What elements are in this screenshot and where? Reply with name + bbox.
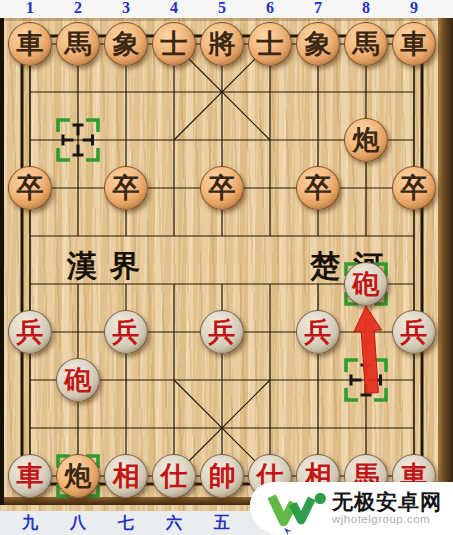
file-label: 5	[208, 0, 236, 17]
board-point[interactable]: 仕	[150, 452, 198, 500]
xiangqi-board: 漢界 楚河 車馬象士將士象馬車炮卒卒卒卒卒砲兵兵兵兵兵砲車炮相仕帥仕相馬車	[0, 18, 453, 511]
piece-black-cannon[interactable]: 炮	[344, 118, 388, 162]
board-point[interactable]: 兵	[6, 308, 54, 356]
move-origin-marker	[54, 116, 102, 164]
board-point[interactable]: 相	[102, 452, 150, 500]
piece-black-elephant[interactable]: 象	[296, 22, 340, 66]
piece-black-advisor[interactable]: 士	[248, 22, 292, 66]
piece-red-cannon[interactable]: 砲	[56, 358, 100, 402]
board-point[interactable]: 士	[246, 20, 294, 68]
piece-red-soldier[interactable]: 兵	[8, 310, 52, 354]
mouse-cursor	[283, 523, 293, 533]
piece-black-rook[interactable]: 車	[392, 22, 436, 66]
file-label: 4	[160, 0, 188, 17]
board-point[interactable]: 帥	[198, 452, 246, 500]
piece-red-advisor[interactable]: 仕	[152, 454, 196, 498]
board-point[interactable]: 砲	[54, 356, 102, 404]
piece-black-general[interactable]: 將	[200, 22, 244, 66]
board-point[interactable]: 將	[198, 20, 246, 68]
board-point[interactable]: 炮	[54, 452, 102, 500]
piece-red-soldier[interactable]: 兵	[200, 310, 244, 354]
piece-red-rook[interactable]: 車	[8, 454, 52, 498]
piece-black-soldier[interactable]: 卒	[8, 166, 52, 210]
piece-black-advisor[interactable]: 士	[152, 22, 196, 66]
watermark-url: wjhotelgroup.com	[332, 513, 442, 526]
board-point[interactable]: 車	[6, 452, 54, 500]
piece-black-horse[interactable]: 馬	[344, 22, 388, 66]
board-point[interactable]: 砲	[342, 260, 390, 308]
piece-black-cannon[interactable]: 炮	[56, 454, 100, 498]
piece-red-soldier[interactable]: 兵	[104, 310, 148, 354]
board-point[interactable]: 卒	[198, 164, 246, 212]
board-point[interactable]: 象	[102, 20, 150, 68]
piece-black-rook[interactable]: 車	[8, 22, 52, 66]
watermark-title: 无极安卓网	[332, 491, 442, 513]
file-label: 7	[304, 0, 332, 17]
piece-red-elephant[interactable]: 相	[104, 454, 148, 498]
board-point[interactable]: 卒	[6, 164, 54, 212]
board-point[interactable]: 馬	[54, 20, 102, 68]
file-label: 8	[352, 0, 380, 17]
file-label: 9	[400, 0, 428, 17]
file-label: 3	[112, 0, 140, 17]
move-origin-marker	[342, 356, 390, 404]
watermark: 无极安卓网 wjhotelgroup.com	[250, 482, 453, 535]
piece-black-soldier[interactable]: 卒	[296, 166, 340, 210]
piece-red-soldier[interactable]: 兵	[392, 310, 436, 354]
piece-black-elephant[interactable]: 象	[104, 22, 148, 66]
board-point[interactable]: 卒	[102, 164, 150, 212]
file-label: 六	[160, 513, 188, 534]
board-point[interactable]: 卒	[390, 164, 438, 212]
board-point[interactable]: 士	[150, 20, 198, 68]
board-point[interactable]: 卒	[294, 164, 342, 212]
file-label: 七	[112, 513, 140, 534]
piece-red-general[interactable]: 帥	[200, 454, 244, 498]
piece-red-soldier[interactable]: 兵	[296, 310, 340, 354]
file-label: 九	[16, 513, 44, 534]
file-label: 2	[64, 0, 92, 17]
file-label: 1	[16, 0, 44, 17]
board-point[interactable]: 車	[6, 20, 54, 68]
xiangqi-app: 123456789 漢界 楚河 車馬象士將士象馬車炮卒卒卒卒卒砲兵兵兵兵兵砲車炮…	[0, 0, 453, 535]
piece-black-soldier[interactable]: 卒	[392, 166, 436, 210]
piece-black-soldier[interactable]: 卒	[200, 166, 244, 210]
file-label: 八	[64, 513, 92, 534]
file-label: 6	[256, 0, 284, 17]
piece-black-soldier[interactable]: 卒	[104, 166, 148, 210]
board-point[interactable]: 兵	[294, 308, 342, 356]
board-point[interactable]: 炮	[342, 116, 390, 164]
board-point[interactable]: 兵	[198, 308, 246, 356]
board-point[interactable]: 車	[390, 20, 438, 68]
piece-black-horse[interactable]: 馬	[56, 22, 100, 66]
board-grid[interactable]: 車馬象士將士象馬車炮卒卒卒卒卒砲兵兵兵兵兵砲車炮相仕帥仕相馬車	[6, 20, 438, 500]
board-point[interactable]: 兵	[390, 308, 438, 356]
top-coordinate-strip: 123456789	[0, 0, 453, 18]
board-point[interactable]: 馬	[342, 20, 390, 68]
piece-red-cannon[interactable]: 砲	[344, 262, 388, 306]
board-point[interactable]: 兵	[102, 308, 150, 356]
file-label: 五	[208, 513, 236, 534]
board-point[interactable]: 象	[294, 20, 342, 68]
watermark-logo-icon	[266, 490, 328, 528]
